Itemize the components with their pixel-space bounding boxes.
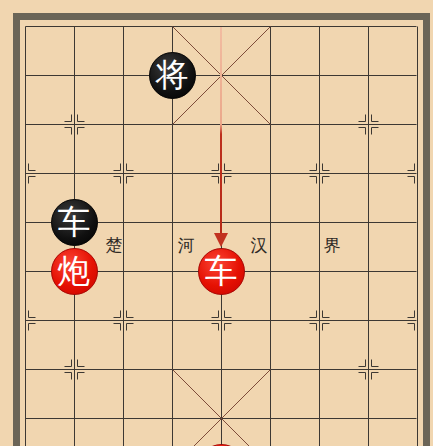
river-label-2: 汉 <box>248 236 270 256</box>
river-label-1: 河 <box>175 236 197 256</box>
piece-red-chariot[interactable]: 车 <box>198 248 245 295</box>
move-arrow-line <box>220 27 222 233</box>
piece-red-cannon[interactable]: 炮 <box>51 248 98 295</box>
river-label-0: 楚 <box>103 236 125 256</box>
river-label-3: 界 <box>321 236 343 256</box>
piece-black-general[interactable]: 将 <box>149 52 196 99</box>
move-arrow-head-icon <box>214 233 228 247</box>
piece-black-chariot[interactable]: 车 <box>51 199 98 246</box>
xiangqi-app: 楚河汉界 将车炮车帅 <box>0 0 433 446</box>
